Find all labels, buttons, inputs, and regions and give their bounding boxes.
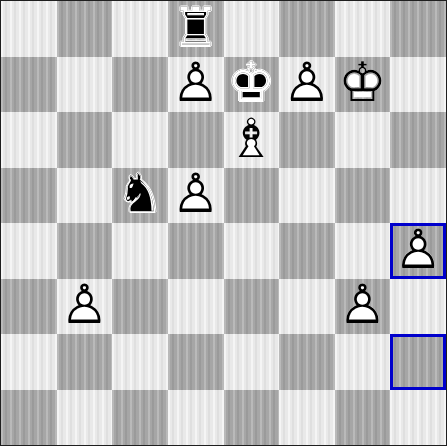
square-a3[interactable] — [1, 279, 57, 335]
piece-white-pawn[interactable]: ♟♙ — [390, 223, 446, 279]
square-g4[interactable] — [335, 223, 391, 279]
square-a4[interactable] — [1, 223, 57, 279]
piece-white-pawn[interactable]: ♟♙ — [335, 279, 391, 335]
square-g6[interactable] — [335, 112, 391, 168]
square-b2[interactable] — [57, 334, 113, 390]
square-e7[interactable]: ♚♔ — [224, 57, 280, 113]
square-h1[interactable] — [390, 390, 446, 446]
square-a7[interactable] — [1, 57, 57, 113]
square-g8[interactable] — [335, 1, 391, 57]
black-knight-icon: ♞ — [112, 168, 168, 222]
square-a1[interactable] — [1, 390, 57, 446]
square-f2[interactable] — [279, 334, 335, 390]
square-c5[interactable]: ♞♘ — [112, 168, 168, 224]
square-b1[interactable] — [57, 390, 113, 446]
square-h5[interactable] — [390, 168, 446, 224]
square-e4[interactable] — [224, 223, 280, 279]
square-c4[interactable] — [112, 223, 168, 279]
square-b5[interactable] — [57, 168, 113, 224]
white-pawn-icon: ♟ — [168, 57, 224, 111]
white-pawn-outline-icon: ♙ — [168, 57, 224, 111]
square-h7[interactable] — [390, 57, 446, 113]
white-bishop-icon: ♝ — [224, 112, 280, 166]
square-h3[interactable] — [390, 279, 446, 335]
square-h6[interactable] — [390, 112, 446, 168]
black-knight-outline-icon: ♘ — [112, 168, 168, 222]
square-d2[interactable] — [168, 334, 224, 390]
square-h2[interactable] — [390, 334, 446, 390]
piece-white-pawn[interactable]: ♟♙ — [279, 57, 335, 113]
square-f5[interactable] — [279, 168, 335, 224]
square-d4[interactable] — [168, 223, 224, 279]
white-pawn-icon: ♟ — [335, 279, 391, 333]
square-d7[interactable]: ♟♙ — [168, 57, 224, 113]
square-c7[interactable] — [112, 57, 168, 113]
square-e8[interactable] — [224, 1, 280, 57]
square-b3[interactable]: ♟♙ — [57, 279, 113, 335]
square-h8[interactable] — [390, 1, 446, 57]
square-b8[interactable] — [57, 1, 113, 57]
square-f1[interactable] — [279, 390, 335, 446]
square-e6[interactable]: ♝♗ — [224, 112, 280, 168]
black-rook-icon: ♜ — [168, 1, 224, 55]
square-h4[interactable]: ♟♙ — [390, 223, 446, 279]
square-g3[interactable]: ♟♙ — [335, 279, 391, 335]
square-f8[interactable] — [279, 1, 335, 57]
square-c3[interactable] — [112, 279, 168, 335]
white-pawn-icon: ♟ — [168, 168, 224, 222]
square-g2[interactable] — [335, 334, 391, 390]
square-g1[interactable] — [335, 390, 391, 446]
white-pawn-outline-icon: ♙ — [279, 57, 335, 111]
square-e3[interactable] — [224, 279, 280, 335]
white-king-outline-icon: ♔ — [335, 57, 391, 111]
black-king-icon: ♚ — [224, 57, 280, 111]
square-f3[interactable] — [279, 279, 335, 335]
piece-black-king[interactable]: ♚♔ — [224, 57, 280, 113]
white-pawn-outline-icon: ♙ — [335, 279, 391, 333]
chess-board: ♜♖♟♙♚♔♟♙♚♔♝♗♞♘♟♙♟♙♟♙♟♙ — [0, 0, 447, 446]
square-d1[interactable] — [168, 390, 224, 446]
piece-white-bishop[interactable]: ♝♗ — [224, 112, 280, 168]
square-a8[interactable] — [1, 1, 57, 57]
white-pawn-icon: ♟ — [279, 57, 335, 111]
square-e5[interactable] — [224, 168, 280, 224]
piece-black-knight[interactable]: ♞♘ — [112, 168, 168, 224]
square-d6[interactable] — [168, 112, 224, 168]
white-pawn-icon: ♟ — [57, 279, 113, 333]
square-a5[interactable] — [1, 168, 57, 224]
square-f4[interactable] — [279, 223, 335, 279]
square-c6[interactable] — [112, 112, 168, 168]
square-d5[interactable]: ♟♙ — [168, 168, 224, 224]
square-c1[interactable] — [112, 390, 168, 446]
piece-black-rook[interactable]: ♜♖ — [168, 1, 224, 57]
square-g7[interactable]: ♚♔ — [335, 57, 391, 113]
square-b4[interactable] — [57, 223, 113, 279]
white-pawn-outline-icon: ♙ — [390, 223, 446, 277]
black-rook-outline-icon: ♖ — [168, 1, 224, 55]
square-b6[interactable] — [57, 112, 113, 168]
square-d8[interactable]: ♜♖ — [168, 1, 224, 57]
black-king-outline-icon: ♔ — [224, 57, 280, 111]
square-e2[interactable] — [224, 334, 280, 390]
square-d3[interactable] — [168, 279, 224, 335]
square-f7[interactable]: ♟♙ — [279, 57, 335, 113]
square-f6[interactable] — [279, 112, 335, 168]
white-king-icon: ♚ — [335, 57, 391, 111]
white-pawn-outline-icon: ♙ — [168, 168, 224, 222]
piece-white-pawn[interactable]: ♟♙ — [168, 57, 224, 113]
square-g5[interactable] — [335, 168, 391, 224]
piece-white-pawn[interactable]: ♟♙ — [57, 279, 113, 335]
piece-white-king[interactable]: ♚♔ — [335, 57, 391, 113]
piece-white-pawn[interactable]: ♟♙ — [168, 168, 224, 224]
square-a6[interactable] — [1, 112, 57, 168]
square-c8[interactable] — [112, 1, 168, 57]
white-pawn-outline-icon: ♙ — [57, 279, 113, 333]
square-a2[interactable] — [1, 334, 57, 390]
square-b7[interactable] — [57, 57, 113, 113]
square-c2[interactable] — [112, 334, 168, 390]
square-e1[interactable] — [224, 390, 280, 446]
white-pawn-icon: ♟ — [390, 223, 446, 277]
white-bishop-outline-icon: ♗ — [224, 112, 280, 166]
